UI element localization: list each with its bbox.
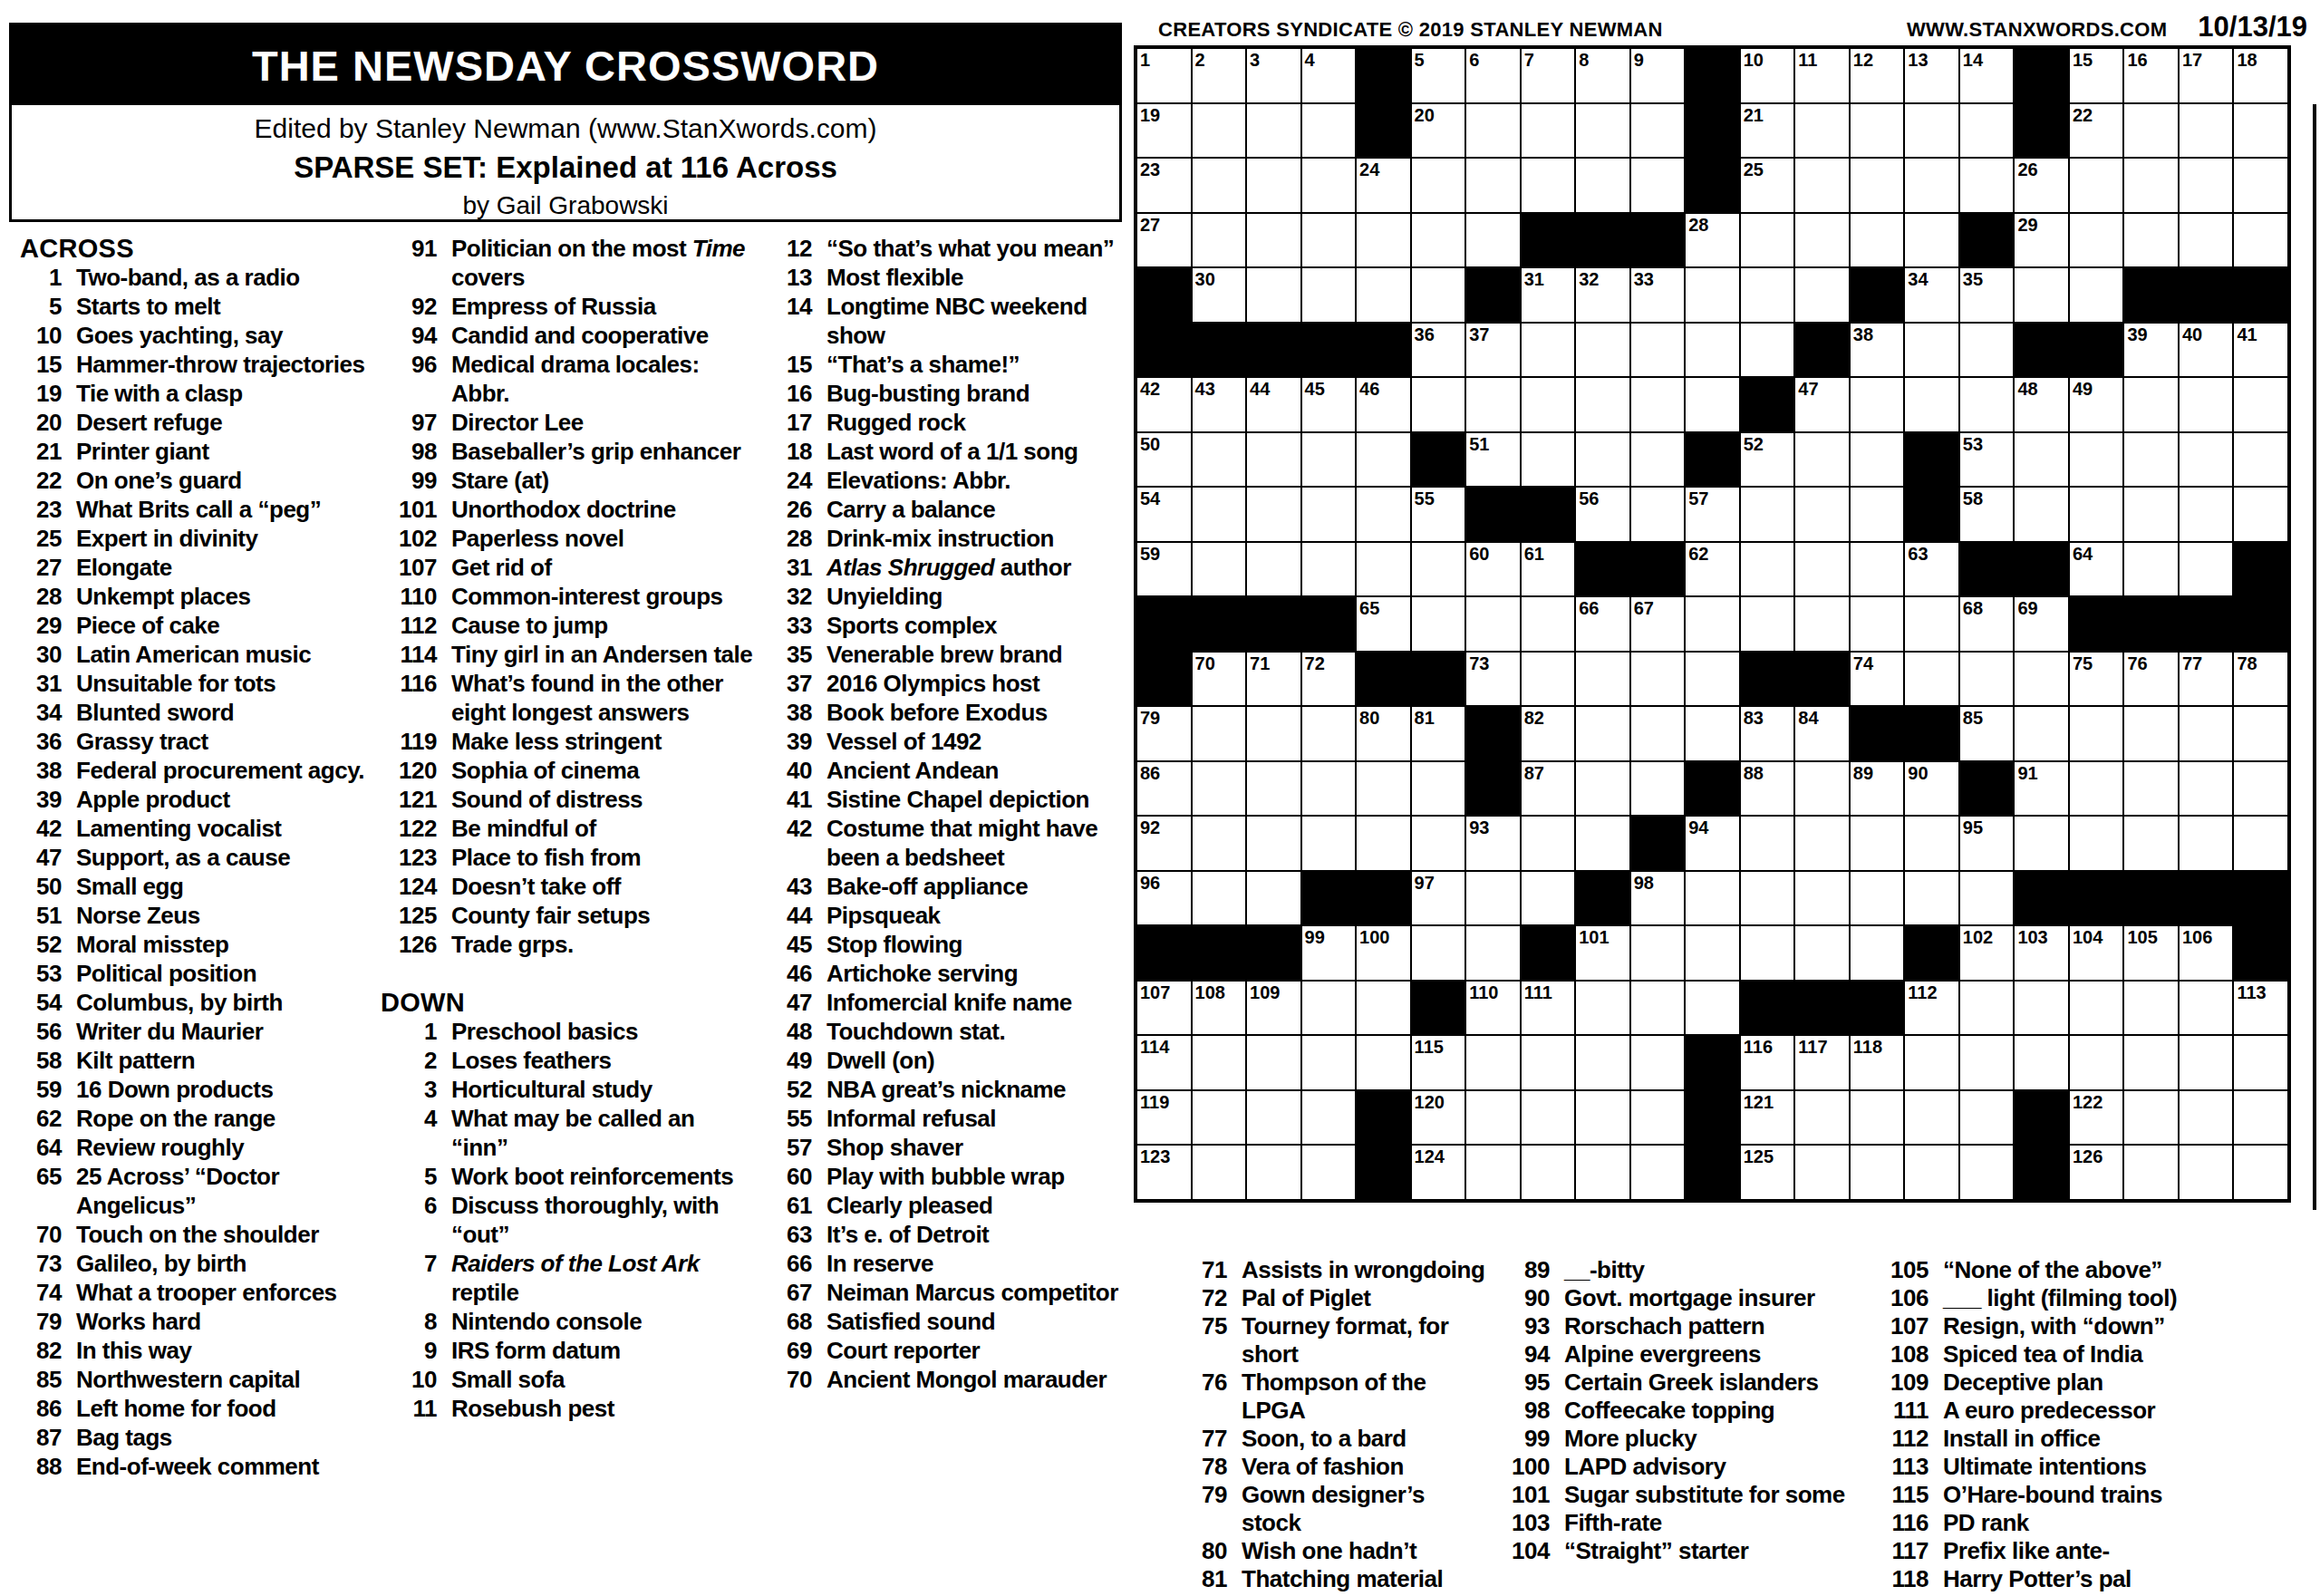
grid-cell-r7c13[interactable]: 47: [1795, 378, 1849, 431]
grid-cell-r8c19[interactable]: [2124, 433, 2178, 487]
grid-cell-r6c8[interactable]: [1522, 324, 1575, 377]
grid-cell-r17c12[interactable]: [1741, 926, 1794, 980]
grid-cell-r13c20[interactable]: [2180, 707, 2233, 760]
grid-cell-r7c16[interactable]: [1960, 378, 2014, 431]
grid-cell-r8c10[interactable]: [1631, 433, 1685, 487]
grid-cell-r19c20[interactable]: [2180, 1036, 2233, 1089]
grid-cell-r14c3[interactable]: [1247, 762, 1300, 816]
grid-cell-r19c8[interactable]: [1522, 1036, 1575, 1089]
grid-cell-r2c14[interactable]: [1851, 104, 1904, 158]
grid-cell-r9c5[interactable]: [1357, 488, 1410, 541]
grid-cell-r4c13[interactable]: [1795, 214, 1849, 267]
grid-cell-r15c7[interactable]: 93: [1466, 817, 1520, 870]
grid-cell-r4c15[interactable]: [1905, 214, 1958, 267]
grid-cell-r16c1[interactable]: 96: [1137, 872, 1191, 925]
grid-cell-r1c13[interactable]: 11: [1795, 49, 1849, 102]
grid-cell-r18c19[interactable]: [2124, 982, 2178, 1035]
grid-cell-r15c14[interactable]: [1851, 817, 1904, 870]
grid-cell-r17c9[interactable]: 101: [1576, 926, 1629, 980]
grid-cell-r19c2[interactable]: [1193, 1036, 1246, 1089]
grid-cell-r12c20[interactable]: 77: [2180, 653, 2233, 706]
grid-cell-r17c14[interactable]: [1851, 926, 1904, 980]
grid-cell-r1c1[interactable]: 1: [1137, 49, 1191, 102]
grid-cell-r14c10[interactable]: [1631, 762, 1685, 816]
grid-cell-r21c12[interactable]: 125: [1741, 1146, 1794, 1199]
grid-cell-r10c18[interactable]: 64: [2070, 543, 2123, 596]
grid-cell-r17c11[interactable]: [1686, 926, 1739, 980]
grid-cell-r5c11[interactable]: [1686, 268, 1739, 322]
grid-cell-r1c20[interactable]: 17: [2180, 49, 2233, 102]
grid-cell-r18c17[interactable]: [2015, 982, 2068, 1035]
grid-cell-r2c12[interactable]: 21: [1741, 104, 1794, 158]
grid-cell-r7c6[interactable]: [1412, 378, 1465, 431]
grid-cell-r17c13[interactable]: [1795, 926, 1849, 980]
grid-cell-r18c1[interactable]: 107: [1137, 982, 1191, 1035]
grid-cell-r8c13[interactable]: [1795, 433, 1849, 487]
grid-cell-r15c3[interactable]: [1247, 817, 1300, 870]
grid-cell-r7c5[interactable]: 46: [1357, 378, 1410, 431]
grid-cell-r14c21[interactable]: [2234, 762, 2287, 816]
grid-cell-r14c6[interactable]: [1412, 762, 1465, 816]
grid-cell-r5c16[interactable]: 35: [1960, 268, 2014, 322]
grid-cell-r10c8[interactable]: 61: [1522, 543, 1575, 596]
grid-cell-r17c5[interactable]: 100: [1357, 926, 1410, 980]
grid-cell-r1c9[interactable]: 8: [1576, 49, 1629, 102]
grid-cell-r4c17[interactable]: 29: [2015, 214, 2068, 267]
grid-cell-r16c10[interactable]: 98: [1631, 872, 1685, 925]
grid-cell-r6c16[interactable]: [1960, 324, 2014, 377]
grid-cell-r20c20[interactable]: [2180, 1091, 2233, 1145]
grid-cell-r13c11[interactable]: [1686, 707, 1739, 760]
grid-cell-r14c19[interactable]: [2124, 762, 2178, 816]
grid-cell-r19c9[interactable]: [1576, 1036, 1629, 1089]
grid-cell-r18c15[interactable]: 112: [1905, 982, 1958, 1035]
grid-cell-r11c11[interactable]: [1686, 597, 1739, 651]
grid-cell-r10c11[interactable]: 62: [1686, 543, 1739, 596]
grid-cell-r19c18[interactable]: [2070, 1036, 2123, 1089]
grid-cell-r20c6[interactable]: 120: [1412, 1091, 1465, 1145]
grid-cell-r6c19[interactable]: 39: [2124, 324, 2178, 377]
grid-cell-r18c18[interactable]: [2070, 982, 2123, 1035]
grid-cell-r13c21[interactable]: [2234, 707, 2287, 760]
grid-cell-r11c8[interactable]: [1522, 597, 1575, 651]
grid-cell-r11c12[interactable]: [1741, 597, 1794, 651]
grid-cell-r4c5[interactable]: [1357, 214, 1410, 267]
grid-cell-r13c13[interactable]: 84: [1795, 707, 1849, 760]
grid-cell-r13c4[interactable]: [1302, 707, 1356, 760]
grid-cell-r6c11[interactable]: [1686, 324, 1739, 377]
grid-cell-r13c6[interactable]: 81: [1412, 707, 1465, 760]
grid-cell-r9c18[interactable]: [2070, 488, 2123, 541]
grid-cell-r15c12[interactable]: [1741, 817, 1794, 870]
grid-cell-r18c5[interactable]: [1357, 982, 1410, 1035]
grid-cell-r20c18[interactable]: 122: [2070, 1091, 2123, 1145]
grid-cell-r3c8[interactable]: [1522, 159, 1575, 212]
grid-cell-r15c1[interactable]: 92: [1137, 817, 1191, 870]
grid-cell-r20c9[interactable]: [1576, 1091, 1629, 1145]
grid-cell-r6c15[interactable]: [1905, 324, 1958, 377]
grid-cell-r1c15[interactable]: 13: [1905, 49, 1958, 102]
grid-cell-r18c7[interactable]: 110: [1466, 982, 1520, 1035]
grid-cell-r14c14[interactable]: 89: [1851, 762, 1904, 816]
grid-cell-r19c7[interactable]: [1466, 1036, 1520, 1089]
grid-cell-r17c17[interactable]: 103: [2015, 926, 2068, 980]
grid-cell-r8c16[interactable]: 53: [1960, 433, 2014, 487]
grid-cell-r9c11[interactable]: 57: [1686, 488, 1739, 541]
grid-cell-r11c7[interactable]: [1466, 597, 1520, 651]
grid-cell-r15c20[interactable]: [2180, 817, 2233, 870]
grid-cell-r10c2[interactable]: [1193, 543, 1246, 596]
grid-cell-r13c1[interactable]: 79: [1137, 707, 1191, 760]
grid-cell-r16c16[interactable]: [1960, 872, 2014, 925]
grid-cell-r16c12[interactable]: [1741, 872, 1794, 925]
grid-cell-r3c17[interactable]: 26: [2015, 159, 2068, 212]
grid-cell-r19c13[interactable]: 117: [1795, 1036, 1849, 1089]
grid-cell-r14c18[interactable]: [2070, 762, 2123, 816]
grid-cell-r17c10[interactable]: [1631, 926, 1685, 980]
grid-cell-r3c10[interactable]: [1631, 159, 1685, 212]
grid-cell-r10c12[interactable]: [1741, 543, 1794, 596]
grid-cell-r4c19[interactable]: [2124, 214, 2178, 267]
grid-cell-r4c2[interactable]: [1193, 214, 1246, 267]
grid-cell-r16c2[interactable]: [1193, 872, 1246, 925]
grid-cell-r17c20[interactable]: 106: [2180, 926, 2233, 980]
grid-cell-r2c16[interactable]: [1960, 104, 2014, 158]
grid-cell-r6c9[interactable]: [1576, 324, 1629, 377]
grid-cell-r7c1[interactable]: 42: [1137, 378, 1191, 431]
grid-cell-r18c3[interactable]: 109: [1247, 982, 1300, 1035]
grid-cell-r9c16[interactable]: 58: [1960, 488, 2014, 541]
grid-cell-r15c11[interactable]: 94: [1686, 817, 1739, 870]
grid-cell-r15c9[interactable]: [1576, 817, 1629, 870]
grid-cell-r2c20[interactable]: [2180, 104, 2233, 158]
grid-cell-r6c10[interactable]: [1631, 324, 1685, 377]
grid-cell-r11c17[interactable]: 69: [2015, 597, 2068, 651]
grid-cell-r3c4[interactable]: [1302, 159, 1356, 212]
grid-cell-r9c19[interactable]: [2124, 488, 2178, 541]
grid-cell-r7c21[interactable]: [2234, 378, 2287, 431]
grid-cell-r15c21[interactable]: [2234, 817, 2287, 870]
grid-cell-r20c13[interactable]: [1795, 1091, 1849, 1145]
grid-cell-r14c13[interactable]: [1795, 762, 1849, 816]
grid-cell-r7c19[interactable]: [2124, 378, 2178, 431]
grid-cell-r12c19[interactable]: 76: [2124, 653, 2178, 706]
grid-cell-r19c10[interactable]: [1631, 1036, 1685, 1089]
grid-cell-r11c13[interactable]: [1795, 597, 1849, 651]
grid-cell-r1c4[interactable]: 4: [1302, 49, 1356, 102]
grid-cell-r20c4[interactable]: [1302, 1091, 1356, 1145]
grid-cell-r1c18[interactable]: 15: [2070, 49, 2123, 102]
grid-cell-r20c1[interactable]: 119: [1137, 1091, 1191, 1145]
grid-cell-r9c17[interactable]: [2015, 488, 2068, 541]
grid-cell-r12c8[interactable]: [1522, 653, 1575, 706]
grid-cell-r15c17[interactable]: [2015, 817, 2068, 870]
grid-cell-r21c20[interactable]: [2180, 1146, 2233, 1199]
grid-cell-r4c6[interactable]: [1412, 214, 1465, 267]
grid-cell-r21c16[interactable]: [1960, 1146, 2014, 1199]
grid-cell-r9c10[interactable]: [1631, 488, 1685, 541]
grid-cell-r21c1[interactable]: 123: [1137, 1146, 1191, 1199]
grid-cell-r19c5[interactable]: [1357, 1036, 1410, 1089]
grid-cell-r11c5[interactable]: 65: [1357, 597, 1410, 651]
grid-cell-r2c2[interactable]: [1193, 104, 1246, 158]
grid-cell-r1c6[interactable]: 5: [1412, 49, 1465, 102]
grid-cell-r13c19[interactable]: [2124, 707, 2178, 760]
grid-cell-r21c10[interactable]: [1631, 1146, 1685, 1199]
grid-cell-r5c6[interactable]: [1412, 268, 1465, 322]
grid-cell-r21c4[interactable]: [1302, 1146, 1356, 1199]
grid-cell-r5c17[interactable]: [2015, 268, 2068, 322]
grid-cell-r15c5[interactable]: [1357, 817, 1410, 870]
grid-cell-r8c18[interactable]: [2070, 433, 2123, 487]
grid-cell-r3c2[interactable]: [1193, 159, 1246, 212]
grid-cell-r8c17[interactable]: [2015, 433, 2068, 487]
grid-cell-r14c9[interactable]: [1576, 762, 1629, 816]
grid-cell-r3c1[interactable]: 23: [1137, 159, 1191, 212]
grid-cell-r5c9[interactable]: 32: [1576, 268, 1629, 322]
grid-cell-r2c7[interactable]: [1466, 104, 1520, 158]
grid-cell-r12c2[interactable]: 70: [1193, 653, 1246, 706]
grid-cell-r3c14[interactable]: [1851, 159, 1904, 212]
grid-cell-r17c18[interactable]: 104: [2070, 926, 2123, 980]
grid-cell-r5c4[interactable]: [1302, 268, 1356, 322]
grid-cell-r8c12[interactable]: 52: [1741, 433, 1794, 487]
grid-cell-r7c18[interactable]: 49: [2070, 378, 2123, 431]
grid-cell-r7c8[interactable]: [1522, 378, 1575, 431]
grid-cell-r1c10[interactable]: 9: [1631, 49, 1685, 102]
grid-cell-r9c1[interactable]: 54: [1137, 488, 1191, 541]
grid-cell-r4c21[interactable]: [2234, 214, 2287, 267]
grid-cell-r12c3[interactable]: 71: [1247, 653, 1300, 706]
grid-cell-r3c12[interactable]: 25: [1741, 159, 1794, 212]
grid-cell-r21c6[interactable]: 124: [1412, 1146, 1465, 1199]
grid-cell-r3c16[interactable]: [1960, 159, 2014, 212]
grid-cell-r12c11[interactable]: [1686, 653, 1739, 706]
grid-cell-r19c14[interactable]: 118: [1851, 1036, 1904, 1089]
grid-cell-r5c13[interactable]: [1795, 268, 1849, 322]
grid-cell-r3c6[interactable]: [1412, 159, 1465, 212]
grid-cell-r10c7[interactable]: 60: [1466, 543, 1520, 596]
grid-cell-r15c6[interactable]: [1412, 817, 1465, 870]
grid-cell-r19c3[interactable]: [1247, 1036, 1300, 1089]
grid-cell-r6c7[interactable]: 37: [1466, 324, 1520, 377]
grid-cell-r9c6[interactable]: 55: [1412, 488, 1465, 541]
grid-cell-r12c4[interactable]: 72: [1302, 653, 1356, 706]
grid-cell-r20c3[interactable]: [1247, 1091, 1300, 1145]
grid-cell-r16c7[interactable]: [1466, 872, 1520, 925]
grid-cell-r11c6[interactable]: [1412, 597, 1465, 651]
grid-cell-r5c10[interactable]: 33: [1631, 268, 1685, 322]
grid-cell-r21c2[interactable]: [1193, 1146, 1246, 1199]
grid-cell-r21c9[interactable]: [1576, 1146, 1629, 1199]
grid-cell-r21c18[interactable]: 126: [2070, 1146, 2123, 1199]
grid-cell-r21c8[interactable]: [1522, 1146, 1575, 1199]
grid-cell-r10c14[interactable]: [1851, 543, 1904, 596]
grid-cell-r2c4[interactable]: [1302, 104, 1356, 158]
grid-cell-r14c2[interactable]: [1193, 762, 1246, 816]
grid-cell-r3c13[interactable]: [1795, 159, 1849, 212]
grid-cell-r9c2[interactable]: [1193, 488, 1246, 541]
grid-cell-r10c1[interactable]: 59: [1137, 543, 1191, 596]
grid-cell-r19c6[interactable]: 115: [1412, 1036, 1465, 1089]
grid-cell-r9c14[interactable]: [1851, 488, 1904, 541]
grid-cell-r5c3[interactable]: [1247, 268, 1300, 322]
grid-cell-r21c21[interactable]: [2234, 1146, 2287, 1199]
grid-cell-r7c20[interactable]: [2180, 378, 2233, 431]
grid-cell-r7c11[interactable]: [1686, 378, 1739, 431]
grid-cell-r3c15[interactable]: [1905, 159, 1958, 212]
grid-cell-r13c17[interactable]: [2015, 707, 2068, 760]
grid-cell-r14c4[interactable]: [1302, 762, 1356, 816]
grid-cell-r2c8[interactable]: [1522, 104, 1575, 158]
grid-cell-r4c18[interactable]: [2070, 214, 2123, 267]
grid-cell-r5c2[interactable]: 30: [1193, 268, 1246, 322]
grid-cell-r5c15[interactable]: 34: [1905, 268, 1958, 322]
grid-cell-r10c20[interactable]: [2180, 543, 2233, 596]
grid-cell-r15c16[interactable]: 95: [1960, 817, 2014, 870]
grid-cell-r12c16[interactable]: [1960, 653, 2014, 706]
grid-cell-r2c1[interactable]: 19: [1137, 104, 1191, 158]
grid-cell-r16c6[interactable]: 97: [1412, 872, 1465, 925]
grid-cell-r1c8[interactable]: 7: [1522, 49, 1575, 102]
grid-cell-r15c4[interactable]: [1302, 817, 1356, 870]
grid-cell-r13c16[interactable]: 85: [1960, 707, 2014, 760]
grid-cell-r20c12[interactable]: 121: [1741, 1091, 1794, 1145]
grid-cell-r8c20[interactable]: [2180, 433, 2233, 487]
grid-cell-r6c21[interactable]: 41: [2234, 324, 2287, 377]
grid-cell-r12c21[interactable]: 78: [2234, 653, 2287, 706]
grid-cell-r9c3[interactable]: [1247, 488, 1300, 541]
grid-cell-r13c3[interactable]: [1247, 707, 1300, 760]
grid-cell-r12c14[interactable]: 74: [1851, 653, 1904, 706]
grid-cell-r18c9[interactable]: [1576, 982, 1629, 1035]
grid-cell-r6c6[interactable]: 36: [1412, 324, 1465, 377]
grid-cell-r2c13[interactable]: [1795, 104, 1849, 158]
grid-cell-r19c12[interactable]: 116: [1741, 1036, 1794, 1089]
grid-cell-r12c10[interactable]: [1631, 653, 1685, 706]
grid-cell-r19c21[interactable]: [2234, 1036, 2287, 1089]
grid-cell-r13c18[interactable]: [2070, 707, 2123, 760]
grid-cell-r7c14[interactable]: [1851, 378, 1904, 431]
grid-cell-r5c12[interactable]: [1741, 268, 1794, 322]
grid-cell-r4c1[interactable]: 27: [1137, 214, 1191, 267]
grid-cell-r4c12[interactable]: [1741, 214, 1794, 267]
grid-cell-r8c3[interactable]: [1247, 433, 1300, 487]
grid-cell-r19c4[interactable]: [1302, 1036, 1356, 1089]
grid-cell-r15c8[interactable]: [1522, 817, 1575, 870]
grid-cell-r1c12[interactable]: 10: [1741, 49, 1794, 102]
grid-cell-r11c16[interactable]: 68: [1960, 597, 2014, 651]
grid-cell-r13c2[interactable]: [1193, 707, 1246, 760]
grid-cell-r13c5[interactable]: 80: [1357, 707, 1410, 760]
grid-cell-r12c17[interactable]: [2015, 653, 2068, 706]
grid-cell-r17c16[interactable]: 102: [1960, 926, 2014, 980]
grid-cell-r7c9[interactable]: [1576, 378, 1629, 431]
grid-cell-r10c5[interactable]: [1357, 543, 1410, 596]
grid-cell-r18c10[interactable]: [1631, 982, 1685, 1035]
grid-cell-r17c6[interactable]: [1412, 926, 1465, 980]
grid-cell-r1c21[interactable]: 18: [2234, 49, 2287, 102]
grid-cell-r21c13[interactable]: [1795, 1146, 1849, 1199]
grid-cell-r14c12[interactable]: 88: [1741, 762, 1794, 816]
grid-cell-r17c7[interactable]: [1466, 926, 1520, 980]
grid-cell-r7c3[interactable]: 44: [1247, 378, 1300, 431]
grid-cell-r8c9[interactable]: [1576, 433, 1629, 487]
grid-cell-r8c8[interactable]: [1522, 433, 1575, 487]
grid-cell-r1c2[interactable]: 2: [1193, 49, 1246, 102]
grid-cell-r14c17[interactable]: 91: [2015, 762, 2068, 816]
grid-cell-r9c9[interactable]: 56: [1576, 488, 1629, 541]
grid-cell-r18c2[interactable]: 108: [1193, 982, 1246, 1035]
grid-cell-r20c7[interactable]: [1466, 1091, 1520, 1145]
grid-cell-r8c5[interactable]: [1357, 433, 1410, 487]
grid-cell-r20c16[interactable]: [1960, 1091, 2014, 1145]
grid-cell-r11c9[interactable]: 66: [1576, 597, 1629, 651]
grid-cell-r21c3[interactable]: [1247, 1146, 1300, 1199]
grid-cell-r3c7[interactable]: [1466, 159, 1520, 212]
grid-cell-r20c10[interactable]: [1631, 1091, 1685, 1145]
grid-cell-r5c18[interactable]: [2070, 268, 2123, 322]
grid-cell-r19c19[interactable]: [2124, 1036, 2178, 1089]
grid-cell-r18c8[interactable]: 111: [1522, 982, 1575, 1035]
grid-cell-r13c9[interactable]: [1576, 707, 1629, 760]
grid-cell-r2c3[interactable]: [1247, 104, 1300, 158]
grid-cell-r19c15[interactable]: [1905, 1036, 1958, 1089]
grid-cell-r1c3[interactable]: 3: [1247, 49, 1300, 102]
grid-cell-r6c20[interactable]: 40: [2180, 324, 2233, 377]
grid-cell-r1c14[interactable]: 12: [1851, 49, 1904, 102]
grid-cell-r1c16[interactable]: 14: [1960, 49, 2014, 102]
grid-cell-r3c3[interactable]: [1247, 159, 1300, 212]
grid-cell-r13c12[interactable]: 83: [1741, 707, 1794, 760]
grid-cell-r13c10[interactable]: [1631, 707, 1685, 760]
grid-cell-r21c15[interactable]: [1905, 1146, 1958, 1199]
grid-cell-r2c9[interactable]: [1576, 104, 1629, 158]
grid-cell-r7c15[interactable]: [1905, 378, 1958, 431]
grid-cell-r17c4[interactable]: 99: [1302, 926, 1356, 980]
grid-cell-r11c15[interactable]: [1905, 597, 1958, 651]
grid-cell-r3c5[interactable]: 24: [1357, 159, 1410, 212]
grid-cell-r21c19[interactable]: [2124, 1146, 2178, 1199]
grid-cell-r8c14[interactable]: [1851, 433, 1904, 487]
grid-cell-r21c14[interactable]: [1851, 1146, 1904, 1199]
grid-cell-r9c21[interactable]: [2234, 488, 2287, 541]
grid-cell-r5c5[interactable]: [1357, 268, 1410, 322]
grid-cell-r7c7[interactable]: [1466, 378, 1520, 431]
grid-cell-r9c4[interactable]: [1302, 488, 1356, 541]
grid-cell-r16c3[interactable]: [1247, 872, 1300, 925]
grid-cell-r14c8[interactable]: 87: [1522, 762, 1575, 816]
grid-cell-r11c10[interactable]: 67: [1631, 597, 1685, 651]
grid-cell-r15c13[interactable]: [1795, 817, 1849, 870]
grid-cell-r8c21[interactable]: [2234, 433, 2287, 487]
grid-cell-r13c8[interactable]: 82: [1522, 707, 1575, 760]
grid-cell-r8c2[interactable]: [1193, 433, 1246, 487]
grid-cell-r12c15[interactable]: [1905, 653, 1958, 706]
grid-cell-r19c17[interactable]: [2015, 1036, 2068, 1089]
grid-cell-r2c18[interactable]: 22: [2070, 104, 2123, 158]
grid-cell-r4c11[interactable]: 28: [1686, 214, 1739, 267]
grid-cell-r15c15[interactable]: [1905, 817, 1958, 870]
grid-cell-r4c7[interactable]: [1466, 214, 1520, 267]
grid-cell-r3c20[interactable]: [2180, 159, 2233, 212]
grid-cell-r18c21[interactable]: 113: [2234, 982, 2287, 1035]
grid-cell-r21c7[interactable]: [1466, 1146, 1520, 1199]
grid-cell-r7c2[interactable]: 43: [1193, 378, 1246, 431]
grid-cell-r14c5[interactable]: [1357, 762, 1410, 816]
grid-cell-r14c15[interactable]: 90: [1905, 762, 1958, 816]
grid-cell-r9c20[interactable]: [2180, 488, 2233, 541]
